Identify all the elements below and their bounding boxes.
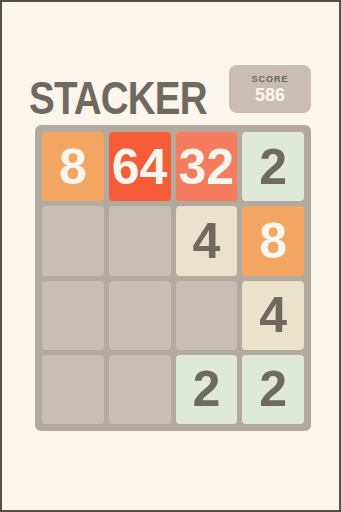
empty-cell xyxy=(42,355,104,424)
score-box: SCORE 586 xyxy=(229,65,311,113)
app-title: STACKER xyxy=(29,74,207,121)
empty-cell xyxy=(109,281,171,350)
tile-4: 4 xyxy=(176,206,238,275)
score-value: 586 xyxy=(255,85,285,107)
tile-8: 8 xyxy=(242,206,304,275)
tile-8: 8 xyxy=(42,132,104,201)
empty-cell xyxy=(42,206,104,275)
empty-cell xyxy=(176,281,238,350)
tile-2: 2 xyxy=(242,355,304,424)
tile-4: 4 xyxy=(242,281,304,350)
empty-cell xyxy=(109,355,171,424)
app-screen: STACKER SCORE 586 86432248422 xyxy=(0,0,341,512)
tile-64: 64 xyxy=(109,132,171,201)
empty-cell xyxy=(109,206,171,275)
board-grid[interactable]: 86432248422 xyxy=(35,125,311,431)
tile-32: 32 xyxy=(176,132,238,201)
score-label: SCORE xyxy=(251,74,288,85)
tile-2: 2 xyxy=(242,132,304,201)
empty-cell xyxy=(42,281,104,350)
tile-2: 2 xyxy=(176,355,238,424)
